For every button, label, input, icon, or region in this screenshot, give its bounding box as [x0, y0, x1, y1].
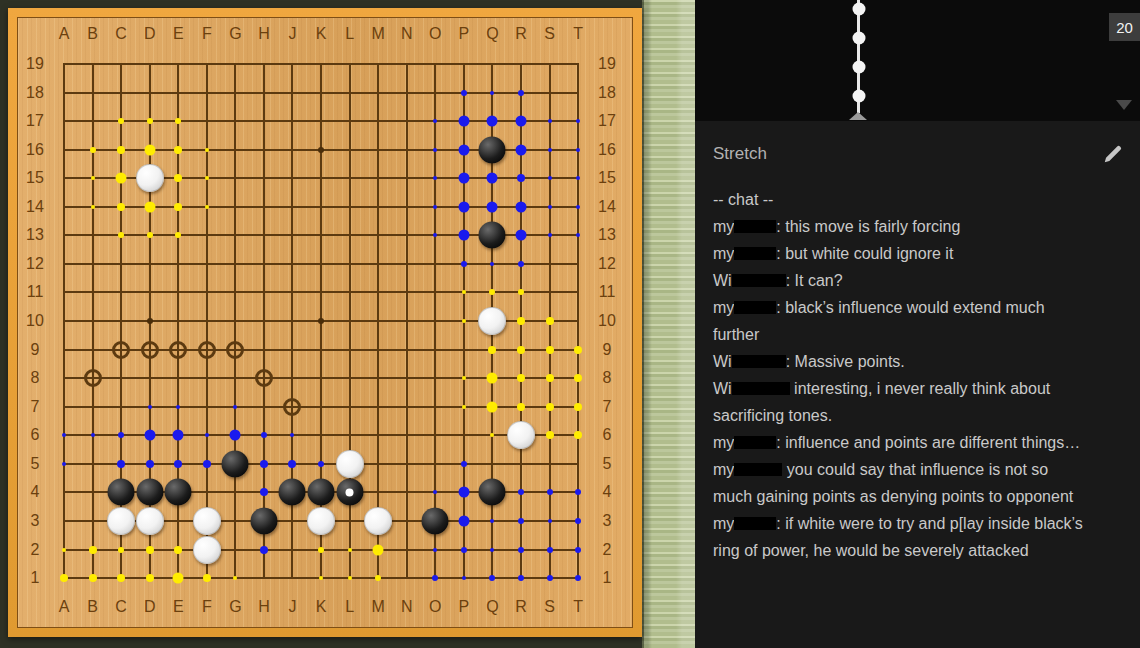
coordinate-label: 13 — [26, 227, 44, 243]
move-tree-node[interactable] — [852, 61, 865, 74]
white-influence-dot — [318, 547, 324, 553]
white-influence-dot — [517, 403, 525, 411]
black-influence-dot — [518, 547, 524, 553]
coordinate-label: 16 — [26, 142, 44, 158]
black-influence-dot — [458, 487, 469, 498]
black-influence-dot — [290, 433, 294, 437]
black-influence-dot — [260, 546, 268, 554]
coordinate-label: G — [229, 26, 241, 42]
black-influence-dot — [576, 119, 580, 123]
coordinate-label: F — [202, 599, 212, 615]
coordinate-label: D — [144, 26, 156, 42]
black-influence-dot — [487, 173, 498, 184]
coordinate-label: 9 — [31, 342, 40, 358]
coordinate-label: R — [515, 599, 527, 615]
go-board[interactable]: AABBCCDDEEFFGGHHJJKKLLMMNNOOPPQQRRSSTT19… — [8, 8, 642, 637]
black-stone[interactable] — [250, 507, 277, 534]
coordinate-label: B — [87, 599, 98, 615]
black-stone[interactable] — [108, 479, 135, 506]
black-influence-dot — [91, 433, 95, 437]
black-influence-dot — [461, 547, 467, 553]
black-influence-dot — [518, 575, 524, 581]
coordinate-label: 1 — [603, 570, 612, 586]
black-influence-dot — [575, 547, 581, 553]
black-influence-dot — [261, 432, 267, 438]
black-influence-dot — [518, 261, 524, 267]
black-influence-dot — [548, 233, 552, 237]
white-influence-dot — [574, 403, 582, 411]
coordinate-label: B — [87, 26, 98, 42]
coordinate-label: 18 — [598, 85, 616, 101]
black-stone[interactable] — [279, 479, 306, 506]
coordinate-label: 11 — [599, 284, 616, 300]
coordinate-label: C — [115, 599, 127, 615]
move-tree-node[interactable] — [852, 32, 865, 45]
white-influence-dot — [144, 144, 155, 155]
black-influence-dot — [548, 519, 552, 523]
coordinate-label: G — [229, 599, 241, 615]
black-influence-dot — [490, 519, 494, 523]
white-influence-dot — [546, 346, 554, 354]
coordinate-label: 11 — [27, 284, 44, 300]
grid-line-horizontal — [63, 377, 579, 379]
last-move-marker — [346, 488, 354, 496]
chat-message: my: black’s influence would extend much … — [695, 294, 1140, 348]
coordinate-label: K — [316, 26, 327, 42]
coordinate-label: 7 — [603, 399, 612, 415]
white-influence-dot — [147, 118, 153, 124]
coordinate-label: N — [401, 26, 413, 42]
coordinate-label: 12 — [598, 256, 616, 272]
review-bar: Stretch — [695, 121, 1140, 186]
chat-username: my — [713, 245, 734, 262]
white-influence-dot — [144, 201, 155, 212]
white-influence-dot — [174, 546, 182, 554]
redacted-username-bar — [734, 301, 776, 314]
coordinate-label: 10 — [598, 313, 616, 329]
star-point — [147, 318, 153, 324]
black-influence-dot — [576, 205, 580, 209]
coordinate-label: 14 — [26, 199, 44, 215]
black-influence-dot — [576, 176, 580, 180]
move-number-badge: 20 — [1109, 13, 1140, 41]
black-influence-dot — [548, 205, 552, 209]
coordinate-label: E — [173, 26, 184, 42]
black-influence-dot — [433, 119, 437, 123]
coordinate-label: R — [515, 26, 527, 42]
white-influence-dot — [348, 576, 352, 580]
black-influence-dot — [260, 488, 268, 496]
black-influence-dot — [458, 116, 469, 127]
black-influence-dot — [489, 575, 495, 581]
coordinate-label: 4 — [31, 484, 40, 500]
black-influence-dot — [576, 148, 580, 152]
white-influence-dot — [205, 148, 209, 152]
move-tree-continuation-arrow — [849, 112, 867, 120]
black-influence-dot — [487, 116, 498, 127]
chat-message: Wi interesting, i never really think abo… — [695, 375, 1140, 429]
coordinate-label: J — [288, 599, 296, 615]
coordinate-label: 4 — [603, 484, 612, 500]
coordinate-label: L — [345, 26, 354, 42]
white-influence-dot — [233, 576, 237, 580]
black-influence-dot — [458, 144, 469, 155]
pen-circle-annotation — [198, 341, 216, 359]
redacted-username-bar — [732, 355, 786, 368]
white-influence-dot — [89, 574, 97, 582]
coordinate-label: 1 — [31, 570, 40, 586]
board-layer: AABBCCDDEEFFGGHHJJKKLLMMNNOOPPQQRRSSTT19… — [8, 8, 642, 637]
white-influence-dot — [91, 205, 95, 209]
coordinate-label: A — [59, 599, 70, 615]
white-influence-dot — [518, 289, 524, 295]
grid-line-vertical — [406, 63, 408, 579]
white-influence-dot — [174, 146, 182, 154]
black-influence-dot — [487, 201, 498, 212]
coordinate-label: 15 — [26, 170, 44, 186]
black-influence-dot — [458, 201, 469, 212]
coordinate-label: 17 — [26, 113, 44, 129]
white-influence-dot — [203, 574, 211, 582]
white-influence-dot — [62, 548, 66, 552]
black-influence-dot — [461, 90, 467, 96]
coordinate-label: A — [59, 26, 70, 42]
black-influence-dot — [433, 233, 437, 237]
black-stone[interactable] — [222, 450, 249, 477]
chat-message: my: if white were to try and p[lay insid… — [695, 510, 1140, 564]
coordinate-label: M — [371, 599, 384, 615]
coordinate-label: 13 — [598, 227, 616, 243]
redacted-username-bar — [732, 274, 786, 287]
black-influence-dot — [458, 230, 469, 241]
move-tree[interactable]: 20 — [695, 0, 1140, 121]
black-influence-dot — [433, 548, 437, 552]
black-influence-dot — [515, 230, 526, 241]
redacted-username-bar — [734, 247, 776, 260]
coordinate-label: 6 — [31, 427, 40, 443]
pen-circle-annotation — [255, 369, 273, 387]
white-influence-dot — [462, 376, 466, 380]
chat-message: my you could say that influence is not s… — [695, 456, 1140, 510]
black-influence-dot — [433, 176, 437, 180]
coordinate-label: 8 — [603, 370, 612, 386]
coordinate-label: P — [458, 26, 469, 42]
white-influence-dot — [574, 346, 582, 354]
white-influence-dot — [117, 574, 125, 582]
white-influence-dot — [546, 403, 554, 411]
coordinate-label: Q — [486, 26, 498, 42]
right-panel: 20 Stretch -- chat --my: this move is fa… — [695, 0, 1140, 648]
chat-header: -- chat -- — [695, 186, 1140, 213]
black-influence-dot — [62, 462, 66, 466]
white-influence-dot — [574, 431, 582, 439]
white-influence-dot — [175, 232, 181, 238]
white-influence-dot — [348, 548, 352, 552]
black-influence-dot — [174, 460, 182, 468]
black-influence-dot — [146, 460, 154, 468]
pen-circle-annotation — [226, 341, 244, 359]
white-influence-dot — [205, 176, 209, 180]
black-influence-dot — [547, 547, 553, 553]
black-stone[interactable] — [336, 479, 363, 506]
coordinate-label: L — [345, 599, 354, 615]
coordinate-label: 15 — [598, 170, 616, 186]
black-influence-dot — [205, 433, 209, 437]
black-influence-dot — [432, 575, 438, 581]
black-influence-dot — [548, 148, 552, 152]
black-influence-dot — [118, 432, 124, 438]
white-influence-dot — [89, 546, 97, 554]
black-influence-dot — [461, 461, 467, 467]
black-influence-dot — [490, 91, 494, 95]
white-influence-dot — [574, 374, 582, 382]
grid-line-horizontal — [63, 406, 579, 408]
chat-username: Wi — [713, 272, 732, 289]
coordinate-label: S — [544, 599, 555, 615]
chat-message: Wi: It can? — [695, 267, 1140, 294]
coordinate-label: O — [429, 26, 441, 42]
white-influence-dot — [487, 401, 498, 412]
pencil-edit-icon[interactable] — [1102, 143, 1124, 165]
white-stone[interactable] — [364, 507, 392, 535]
coordinate-label: H — [258, 599, 270, 615]
coordinate-label: 5 — [31, 456, 40, 472]
black-influence-dot — [518, 518, 524, 524]
black-influence-dot — [575, 575, 581, 581]
black-influence-dot — [575, 518, 581, 524]
grid-line-vertical — [577, 63, 579, 579]
black-stone[interactable] — [479, 136, 506, 163]
white-influence-dot — [205, 205, 209, 209]
coordinate-label: 9 — [603, 342, 612, 358]
white-influence-dot — [147, 232, 153, 238]
coordinate-label: 18 — [26, 85, 44, 101]
black-influence-dot — [318, 461, 324, 467]
coordinate-label: C — [115, 26, 127, 42]
white-influence-dot — [146, 546, 154, 554]
chat-username: my — [713, 218, 734, 235]
grid-line-horizontal — [63, 434, 579, 436]
black-stone[interactable] — [479, 222, 506, 249]
coordinate-label: H — [258, 26, 270, 42]
black-influence-dot — [144, 430, 155, 441]
white-influence-dot — [517, 317, 525, 325]
black-influence-dot — [433, 148, 437, 152]
chat-log[interactable]: -- chat --my: this move is fairly forcin… — [695, 186, 1140, 648]
white-influence-dot — [462, 405, 466, 409]
white-influence-dot — [546, 317, 554, 325]
white-influence-dot — [546, 374, 554, 382]
pen-circle-annotation — [112, 341, 130, 359]
chat-username: Wi — [713, 353, 732, 370]
white-influence-dot — [174, 203, 182, 211]
white-influence-dot — [462, 319, 466, 323]
black-influence-dot — [458, 173, 469, 184]
black-influence-dot — [518, 489, 524, 495]
black-influence-dot — [548, 176, 552, 180]
black-influence-dot — [462, 576, 466, 580]
redacted-username-bar — [732, 382, 790, 395]
coordinate-label: 12 — [26, 256, 44, 272]
coordinate-label: K — [316, 599, 327, 615]
white-influence-dot — [90, 147, 96, 153]
redacted-username-bar — [734, 517, 776, 530]
white-influence-dot — [546, 431, 554, 439]
pen-circle-annotation — [283, 398, 301, 416]
black-influence-dot — [547, 489, 553, 495]
black-influence-dot — [515, 201, 526, 212]
white-influence-dot — [118, 118, 124, 124]
white-influence-dot — [117, 203, 125, 211]
white-stone[interactable] — [478, 307, 506, 335]
black-influence-dot — [518, 90, 524, 96]
coordinate-label: 19 — [26, 56, 44, 72]
black-influence-dot — [203, 460, 211, 468]
white-stone[interactable] — [136, 164, 164, 192]
coordinate-label: 17 — [598, 113, 616, 129]
coordinate-label: T — [573, 599, 583, 615]
coordinate-label: 19 — [598, 56, 616, 72]
black-influence-dot — [173, 430, 184, 441]
white-influence-dot — [375, 575, 381, 581]
white-influence-dot — [116, 173, 127, 184]
black-influence-dot — [517, 174, 525, 182]
white-stone[interactable] — [193, 507, 221, 535]
white-influence-dot — [118, 232, 124, 238]
white-influence-dot — [174, 174, 182, 182]
white-influence-dot — [118, 547, 124, 553]
black-stone[interactable] — [308, 479, 335, 506]
white-influence-dot — [487, 373, 498, 384]
pen-circle-annotation — [84, 369, 102, 387]
white-stone[interactable] — [136, 507, 164, 535]
chat-message: my: but white could ignore it — [695, 240, 1140, 267]
white-influence-dot — [517, 346, 525, 354]
chat-username: my — [713, 461, 734, 478]
coordinate-label: J — [288, 26, 296, 42]
chevron-down-icon[interactable] — [1116, 100, 1132, 110]
black-influence-dot — [433, 490, 437, 494]
coordinate-label: 10 — [26, 313, 44, 329]
white-influence-dot — [488, 346, 496, 354]
grid-line-vertical — [377, 63, 379, 579]
black-influence-dot — [176, 405, 180, 409]
coordinate-label: D — [144, 599, 156, 615]
tatami-background — [642, 0, 695, 648]
white-influence-dot — [60, 574, 68, 582]
move-tree-node[interactable] — [852, 90, 865, 103]
black-influence-dot — [548, 119, 552, 123]
chat-message: my: this move is fairly forcing — [695, 213, 1140, 240]
star-point — [318, 147, 324, 153]
chat-username: my — [713, 299, 734, 316]
coordinate-label: Q — [486, 599, 498, 615]
black-stone[interactable] — [136, 479, 163, 506]
coordinate-label: F — [202, 26, 212, 42]
coordinate-label: P — [458, 599, 469, 615]
coordinate-label: E — [173, 599, 184, 615]
chat-message: Wi: Massive points. — [695, 348, 1140, 375]
white-influence-dot — [175, 118, 181, 124]
coordinate-label: M — [371, 26, 384, 42]
grid-line-vertical — [434, 63, 436, 579]
coordinate-label: 7 — [31, 399, 40, 415]
coordinate-label: 2 — [603, 542, 612, 558]
white-stone[interactable] — [193, 536, 221, 564]
white-influence-dot — [173, 573, 184, 584]
redacted-username-bar — [734, 463, 782, 476]
white-stone[interactable] — [307, 507, 335, 535]
coordinate-label: 16 — [598, 142, 616, 158]
chat-username: my — [713, 515, 734, 532]
black-influence-dot — [230, 430, 241, 441]
black-influence-dot — [260, 460, 268, 468]
pen-circle-annotation — [141, 341, 159, 359]
white-influence-dot — [373, 544, 384, 555]
black-influence-dot — [490, 548, 494, 552]
coordinate-label: S — [544, 26, 555, 42]
white-influence-dot — [517, 374, 525, 382]
redacted-username-bar — [734, 220, 776, 233]
redacted-username-bar — [734, 436, 776, 449]
black-influence-dot — [547, 575, 553, 581]
coordinate-label: 14 — [598, 199, 616, 215]
star-point — [318, 318, 324, 324]
coordinate-label: 5 — [603, 456, 612, 472]
white-stone[interactable] — [336, 450, 364, 478]
black-influence-dot — [288, 460, 296, 468]
black-influence-dot — [515, 144, 526, 155]
white-stone[interactable] — [507, 421, 535, 449]
chat-message: my: influence and points are different t… — [695, 429, 1140, 456]
black-influence-dot — [458, 515, 469, 526]
coordinate-label: O — [429, 599, 441, 615]
white-stone[interactable] — [107, 507, 135, 535]
white-influence-dot — [319, 576, 323, 580]
coordinate-label: 2 — [31, 542, 40, 558]
black-stone[interactable] — [422, 507, 449, 534]
black-influence-dot — [62, 433, 66, 437]
coordinate-label: N — [401, 599, 413, 615]
white-influence-dot — [490, 433, 494, 437]
coordinate-label: 3 — [31, 513, 40, 529]
coordinate-label: T — [573, 26, 583, 42]
black-influence-dot — [148, 405, 152, 409]
black-stone[interactable] — [165, 479, 192, 506]
chat-username: Wi — [713, 380, 732, 397]
black-stone[interactable] — [479, 479, 506, 506]
black-influence-dot — [490, 262, 494, 266]
black-influence-dot — [576, 233, 580, 237]
black-influence-dot — [461, 261, 467, 267]
coordinate-label: 6 — [603, 427, 612, 443]
coordinate-label: 3 — [603, 513, 612, 529]
coordinate-label: 8 — [31, 370, 40, 386]
black-influence-dot — [117, 460, 125, 468]
black-influence-dot — [433, 205, 437, 209]
chat-username: my — [713, 434, 734, 451]
black-influence-dot — [515, 116, 526, 127]
white-influence-dot — [117, 146, 125, 154]
white-influence-dot — [489, 289, 495, 295]
black-influence-dot — [233, 405, 237, 409]
white-influence-dot — [91, 176, 95, 180]
move-tree-node[interactable] — [852, 3, 865, 16]
white-influence-dot — [146, 574, 154, 582]
white-influence-dot — [462, 290, 466, 294]
black-influence-dot — [575, 489, 581, 495]
pen-circle-annotation — [169, 341, 187, 359]
